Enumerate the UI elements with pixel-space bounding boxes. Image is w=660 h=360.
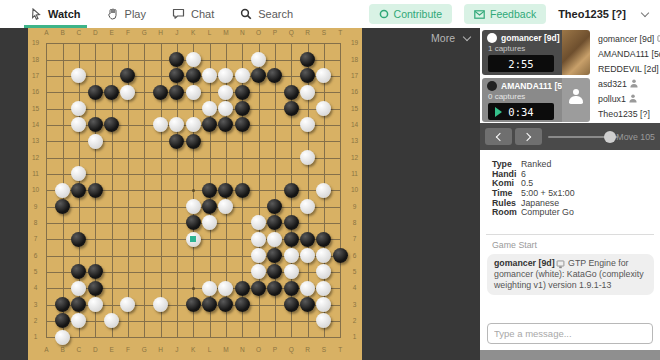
chat-message-author: gomancer [9d]	[494, 258, 555, 268]
black-stone-D4[interactable]	[88, 281, 103, 296]
black-stone-L3[interactable]	[202, 297, 217, 312]
white-stone-K18[interactable]	[186, 52, 201, 67]
white-stone-F3[interactable]	[120, 297, 135, 312]
game-start-label: Game Start	[492, 240, 537, 250]
black-stone-L9[interactable]	[202, 199, 217, 214]
black-stone-H16[interactable]	[153, 85, 168, 100]
white-stone-R6[interactable]	[300, 248, 315, 263]
white-stone-C14[interactable]	[71, 117, 86, 132]
black-stone-Q10[interactable]	[284, 183, 299, 198]
black-stone-E16[interactable]	[104, 85, 119, 100]
white-stone-M17[interactable]	[218, 68, 233, 83]
white-stone-D3[interactable]	[88, 297, 103, 312]
coord-label-left: 17	[29, 71, 42, 81]
coord-label-bottom: J	[171, 345, 183, 355]
white-stone-H3[interactable]	[153, 297, 168, 312]
white-stone-M16[interactable]	[218, 85, 233, 100]
black-stone-icon	[487, 81, 497, 91]
grid-line-vertical	[340, 43, 341, 338]
coord-label-right: 2	[348, 316, 361, 326]
coord-label-left: 16	[29, 87, 42, 97]
board-panel: More AABBCCDDEEFFGGHHJJKKLLMMNNOOPPQQRRS…	[0, 28, 480, 360]
coord-label-left: 9	[29, 202, 42, 212]
white-stone-R14[interactable]	[300, 117, 315, 132]
white-stone-S17[interactable]	[316, 68, 331, 83]
coord-label-bottom: C	[73, 345, 85, 355]
coord-label-bottom: F	[122, 345, 134, 355]
black-stone-M3[interactable]	[218, 297, 233, 312]
spectator-name: gomancer [9d]	[598, 34, 654, 44]
top-nav: WatchPlayChatSearch Contribute Feedback …	[0, 0, 660, 28]
coord-label-right: 13	[348, 136, 361, 146]
white-stone-L4[interactable]	[202, 281, 217, 296]
more-button[interactable]: More	[431, 32, 470, 44]
move-slider-knob[interactable]	[604, 131, 616, 143]
white-stone-Q5[interactable]	[284, 264, 299, 279]
black-stone-B9[interactable]	[55, 199, 70, 214]
white-stone-R9[interactable]	[300, 199, 315, 214]
black-stone-C5[interactable]	[71, 264, 86, 279]
coord-label-bottom: G	[138, 345, 150, 355]
coord-label-left: 19	[29, 38, 42, 48]
white-stone-F16[interactable]	[120, 85, 135, 100]
white-stone-S4[interactable]	[316, 281, 331, 296]
info-label: Room	[492, 207, 520, 217]
black-stone-J18[interactable]	[169, 52, 184, 67]
coord-label-left: 7	[29, 234, 42, 244]
coord-label-left: 14	[29, 120, 42, 130]
info-value: Ranked	[520, 159, 551, 169]
coord-label-bottom: H	[155, 345, 167, 355]
black-stone-Q15[interactable]	[284, 101, 299, 116]
spectator-row[interactable]: asd321	[598, 76, 660, 91]
white-stone-S15[interactable]	[316, 101, 331, 116]
coord-label-left: 6	[29, 251, 42, 261]
spectator-list: gomancer [9d]AMANDA111 [5d]REDDEVIL [2d]…	[598, 31, 660, 121]
black-stone-Q4[interactable]	[284, 281, 299, 296]
coord-label-bottom: M	[220, 345, 232, 355]
player-white-clock: 2:55	[488, 55, 554, 72]
person-icon	[630, 79, 637, 87]
coord-label-left: 13	[29, 136, 42, 146]
coord-label-right: 11	[348, 169, 361, 179]
coord-label-right: 17	[348, 71, 361, 81]
white-stone-R12[interactable]	[300, 150, 315, 165]
black-stone-J16[interactable]	[169, 85, 184, 100]
player-white-name: gomancer [9d]	[501, 33, 560, 43]
black-stone-D14[interactable]	[88, 117, 103, 132]
pointer-hand-icon	[30, 8, 42, 20]
spectator-row[interactable]: REDDEVIL [2d]	[598, 61, 660, 76]
white-stone-E2[interactable]	[104, 313, 119, 328]
clock-running-icon	[495, 107, 502, 117]
coord-label-top: Q	[285, 28, 297, 38]
coord-label-bottom: S	[318, 345, 330, 355]
move-controls: Move 105	[480, 123, 660, 150]
active-tab-underline	[24, 25, 87, 28]
black-stone-P17[interactable]	[267, 68, 282, 83]
coord-label-bottom: Q	[285, 345, 297, 355]
coord-label-left: 11	[29, 169, 42, 179]
coord-label-top: A	[40, 28, 52, 38]
game-info-row: RulesJapanese	[492, 198, 575, 208]
chat-bubble-icon	[172, 8, 185, 20]
coord-label-right: 6	[348, 251, 361, 261]
bottom-bar	[480, 350, 660, 360]
white-stone-S3[interactable]	[316, 297, 331, 312]
game-info-row: Time5:00 + 5x1:00	[492, 188, 575, 198]
coord-label-top: T	[334, 28, 346, 38]
black-stone-O4[interactable]	[251, 281, 266, 296]
black-stone-D10[interactable]	[88, 183, 103, 198]
nav-tab-label: Search	[258, 8, 293, 20]
coord-label-top: C	[73, 28, 85, 38]
contribute-label: Contribute	[394, 8, 442, 20]
person-silhouette-icon	[569, 89, 583, 103]
white-stone-O7[interactable]	[251, 232, 266, 247]
player-white-avatar[interactable]	[562, 30, 590, 75]
coord-label-left: 1	[29, 332, 42, 342]
white-stone-C15[interactable]	[71, 101, 86, 116]
black-stone-N16[interactable]	[235, 85, 250, 100]
info-value: 5:00 + 5x1:00	[520, 188, 575, 198]
black-stone-P9[interactable]	[267, 199, 282, 214]
black-stone-N10[interactable]	[235, 183, 250, 198]
coord-label-top: F	[122, 28, 134, 38]
contribute-circle-icon	[379, 9, 389, 19]
envelope-icon	[474, 10, 485, 19]
coord-label-bottom: D	[89, 345, 101, 355]
move-number-label: Move 105	[616, 132, 655, 142]
player-black-clock: 0:34	[488, 103, 554, 120]
spectator-row[interactable]: gomancer [9d]	[598, 31, 660, 46]
black-stone-Q7[interactable]	[284, 232, 299, 247]
coord-label-left: 3	[29, 300, 42, 310]
black-stone-B2[interactable]	[55, 313, 70, 328]
white-stone-L8[interactable]	[202, 215, 217, 230]
star-point	[192, 287, 195, 290]
black-stone-E14[interactable]	[104, 117, 119, 132]
white-stone-D13[interactable]	[88, 134, 103, 149]
sidebar: gomancer [9d] 1 captures 2:55 AMANDA111 …	[480, 28, 660, 360]
black-stone-M10[interactable]	[218, 183, 233, 198]
coord-label-right: 9	[348, 202, 361, 212]
spectator-row[interactable]: AMANDA111 [5d]	[598, 46, 660, 61]
coord-label-bottom: B	[57, 345, 69, 355]
info-value: 0.5	[520, 178, 533, 188]
black-stone-C10[interactable]	[71, 183, 86, 198]
coord-label-top: L	[204, 28, 216, 38]
last-move-marker	[190, 236, 196, 242]
black-stone-R3[interactable]	[300, 297, 315, 312]
player-card-white: gomancer [9d] 1 captures 2:55	[482, 30, 562, 75]
black-stone-J17[interactable]	[169, 68, 184, 83]
coord-label-bottom: L	[204, 345, 216, 355]
info-label: Rules	[492, 198, 520, 208]
coord-label-bottom: N	[236, 345, 248, 355]
coord-label-right: 4	[348, 283, 361, 293]
black-stone-R18[interactable]	[300, 52, 315, 67]
coord-label-left: 15	[29, 104, 42, 114]
black-stone-L14[interactable]	[202, 117, 217, 132]
coord-label-bottom: E	[106, 345, 118, 355]
nav-right: Contribute Feedback Theo1235 [?]	[369, 0, 648, 28]
coord-label-top: H	[155, 28, 167, 38]
black-stone-L10[interactable]	[202, 183, 217, 198]
black-stone-P5[interactable]	[267, 264, 282, 279]
player-black-name: AMANDA111 [5d]	[501, 81, 570, 91]
go-board[interactable]: AABBCCDDEEFFGGHHJJKKLLMMNNOOPPQQRRSSTT19…	[28, 28, 362, 360]
black-stone-P4[interactable]	[267, 281, 282, 296]
nav-tab-play[interactable]: Play	[107, 0, 146, 28]
divider	[486, 234, 654, 235]
chat-message: gomancer [9d] GTP Engine for gomancer (w…	[487, 254, 654, 295]
game-info-row: RoomComputer Go	[492, 207, 575, 217]
black-stone-C7[interactable]	[71, 232, 86, 247]
white-stone-K16[interactable]	[186, 85, 201, 100]
info-label: Komi	[492, 178, 520, 188]
info-label: Type	[492, 159, 520, 169]
next-move-button[interactable]	[515, 128, 542, 145]
black-stone-R17[interactable]	[300, 68, 315, 83]
magnifier-icon	[240, 8, 252, 20]
player-white-clock-time: 2:55	[508, 58, 533, 70]
feedback-label: Feedback	[490, 8, 536, 20]
black-stone-K13[interactable]	[186, 134, 201, 149]
info-label: Time	[492, 188, 520, 198]
white-stone-O5[interactable]	[251, 264, 266, 279]
coord-label-right: 1	[348, 332, 361, 342]
coord-label-right: 19	[348, 38, 361, 48]
white-stone-S10[interactable]	[316, 183, 331, 198]
white-stone-C4[interactable]	[71, 281, 86, 296]
white-stone-Q6[interactable]	[284, 248, 299, 263]
black-stone-O17[interactable]	[251, 68, 266, 83]
coord-label-right: 7	[348, 234, 361, 244]
white-stone-O8[interactable]	[251, 215, 266, 230]
white-stone-C11[interactable]	[71, 166, 86, 181]
black-stone-Q8[interactable]	[284, 215, 299, 230]
black-stone-D5[interactable]	[88, 264, 103, 279]
coord-label-right: 3	[348, 300, 361, 310]
coord-label-top: E	[106, 28, 118, 38]
white-stone-M15[interactable]	[218, 101, 233, 116]
chevron-right-icon	[523, 132, 531, 140]
white-stone-O6[interactable]	[251, 248, 266, 263]
grid-line-horizontal	[46, 321, 341, 322]
white-stone-O18[interactable]	[251, 52, 266, 67]
black-stone-D16[interactable]	[88, 85, 103, 100]
coord-label-bottom: O	[253, 345, 265, 355]
white-stone-K14[interactable]	[186, 117, 201, 132]
spectator-row[interactable]: Theo1235 [?]	[598, 106, 660, 121]
spectator-name: AMANDA111 [5d]	[598, 49, 660, 59]
white-stone-J14[interactable]	[169, 117, 184, 132]
nav-tab-label: Watch	[48, 8, 81, 20]
coord-label-left: 8	[29, 218, 42, 228]
nav-tab-watch[interactable]: Watch	[30, 0, 81, 28]
game-info-row: Handi6	[492, 169, 575, 179]
grid-line-horizontal	[46, 337, 341, 338]
coord-label-top: G	[138, 28, 150, 38]
player-white-row: gomancer [9d]	[482, 30, 562, 43]
coord-label-top: P	[269, 28, 281, 38]
white-stone-C2[interactable]	[71, 313, 86, 328]
white-stone-R4[interactable]	[300, 281, 315, 296]
white-stone-S5[interactable]	[316, 264, 331, 279]
more-chevron-icon	[463, 33, 471, 41]
person-icon	[629, 94, 636, 102]
hand-icon	[107, 8, 119, 20]
coord-label-right: 5	[348, 267, 361, 277]
message-input[interactable]	[487, 323, 653, 344]
white-stone-M4[interactable]	[218, 281, 233, 296]
game-info: TypeRankedHandi6Komi0.5Time5:00 + 5x1:00…	[492, 159, 575, 217]
coord-label-bottom: P	[269, 345, 281, 355]
white-stone-M9[interactable]	[218, 199, 233, 214]
white-stone-L17[interactable]	[202, 68, 217, 83]
coord-label-left: 18	[29, 55, 42, 65]
white-stone-B1[interactable]	[55, 330, 70, 345]
user-menu-chevron-icon[interactable]	[641, 8, 649, 16]
coord-label-right: 14	[348, 120, 361, 130]
black-stone-R7[interactable]	[300, 232, 315, 247]
black-stone-K3[interactable]	[186, 297, 201, 312]
player-card-black: AMANDA111 [5d] 0 captures 0:34	[482, 78, 562, 122]
white-stone-icon	[487, 33, 497, 43]
white-stone-N17[interactable]	[235, 68, 250, 83]
coord-label-left: 10	[29, 185, 42, 195]
info-value: 6	[520, 169, 526, 179]
black-stone-P8[interactable]	[267, 215, 282, 230]
player-black-captures: 0 captures	[482, 91, 562, 101]
white-stone-S2[interactable]	[316, 313, 331, 328]
coord-label-top: M	[220, 28, 232, 38]
game-info-row: TypeRanked	[492, 159, 575, 169]
feedback-button[interactable]: Feedback	[464, 4, 546, 24]
black-stone-Q16[interactable]	[284, 85, 299, 100]
spectator-row[interactable]: pollux1	[598, 91, 660, 106]
computer-icon	[556, 261, 564, 267]
white-stone-R16[interactable]	[300, 85, 315, 100]
coord-label-top: N	[236, 28, 248, 38]
coord-label-right: 18	[348, 55, 361, 65]
coord-label-top: O	[253, 28, 265, 38]
spectator-name: asd321	[598, 79, 627, 89]
coord-label-right: 12	[348, 153, 361, 163]
white-stone-L15[interactable]	[202, 101, 217, 116]
white-stone-C17[interactable]	[71, 68, 86, 83]
black-stone-M14[interactable]	[218, 117, 233, 132]
coord-label-right: 10	[348, 185, 361, 195]
white-stone-K9[interactable]	[186, 199, 201, 214]
player-white-captures: 1 captures	[482, 43, 562, 53]
black-stone-Q3[interactable]	[284, 297, 299, 312]
coord-label-left: 4	[29, 283, 42, 293]
spectator-name: Theo1235 [?]	[598, 109, 650, 119]
coord-label-left: 2	[29, 316, 42, 326]
white-stone-P7[interactable]	[267, 232, 282, 247]
contribute-button[interactable]: Contribute	[369, 4, 452, 24]
game-info-row: Komi0.5	[492, 178, 575, 188]
coord-label-bottom: R	[302, 345, 314, 355]
black-stone-S7[interactable]	[316, 232, 331, 247]
nav-tab-label: Play	[125, 8, 146, 20]
spectator-name: REDDEVIL [2d]	[598, 64, 659, 74]
player-black-row: AMANDA111 [5d]	[482, 78, 562, 91]
black-stone-N4[interactable]	[235, 281, 250, 296]
black-stone-B3[interactable]	[55, 297, 70, 312]
nav-tab-search[interactable]: Search	[240, 0, 293, 28]
coord-label-top: S	[318, 28, 330, 38]
white-stone-S6[interactable]	[316, 248, 331, 263]
info-value: Computer Go	[520, 207, 574, 217]
coord-label-bottom: T	[334, 345, 346, 355]
more-label: More	[431, 32, 455, 44]
coord-label-bottom: A	[40, 345, 52, 355]
nav-tab-label: Chat	[191, 8, 214, 20]
black-stone-K8[interactable]	[186, 215, 201, 230]
player-black-avatar[interactable]	[562, 78, 590, 122]
info-label: Handi	[492, 169, 520, 179]
black-stone-F17[interactable]	[120, 68, 135, 83]
coord-label-right: 8	[348, 218, 361, 228]
black-stone-J13[interactable]	[169, 134, 184, 149]
coord-label-bottom: K	[187, 345, 199, 355]
coord-label-left: 12	[29, 153, 42, 163]
coord-label-left: 5	[29, 267, 42, 277]
black-stone-P6[interactable]	[267, 248, 282, 263]
black-stone-T6[interactable]	[333, 248, 348, 263]
player-black-clock-time: 0:34	[508, 106, 533, 118]
spectator-name: pollux1	[598, 94, 626, 104]
chevron-left-icon	[496, 132, 504, 140]
coord-label-top: B	[57, 28, 69, 38]
black-stone-N3[interactable]	[235, 297, 250, 312]
black-stone-K17[interactable]	[186, 68, 201, 83]
coord-label-top: R	[302, 28, 314, 38]
coord-label-top: K	[187, 28, 199, 38]
current-username[interactable]: Theo1235 [?]	[558, 8, 626, 20]
white-stone-B10[interactable]	[55, 183, 70, 198]
black-stone-N14[interactable]	[235, 117, 250, 132]
coord-label-right: 15	[348, 104, 361, 114]
star-point	[192, 189, 195, 192]
nav-tab-chat[interactable]: Chat	[172, 0, 214, 28]
white-stone-H14[interactable]	[153, 117, 168, 132]
black-stone-N15[interactable]	[235, 101, 250, 116]
prev-move-button[interactable]	[485, 128, 512, 145]
nav-tabs: WatchPlayChatSearch	[30, 0, 293, 28]
coord-label-top: J	[171, 28, 183, 38]
black-stone-C3[interactable]	[71, 297, 86, 312]
coord-label-right: 16	[348, 87, 361, 97]
go-watch-app: WatchPlayChatSearch Contribute Feedback …	[0, 0, 660, 360]
coord-label-top: D	[89, 28, 101, 38]
info-value: Japanese	[520, 198, 559, 208]
